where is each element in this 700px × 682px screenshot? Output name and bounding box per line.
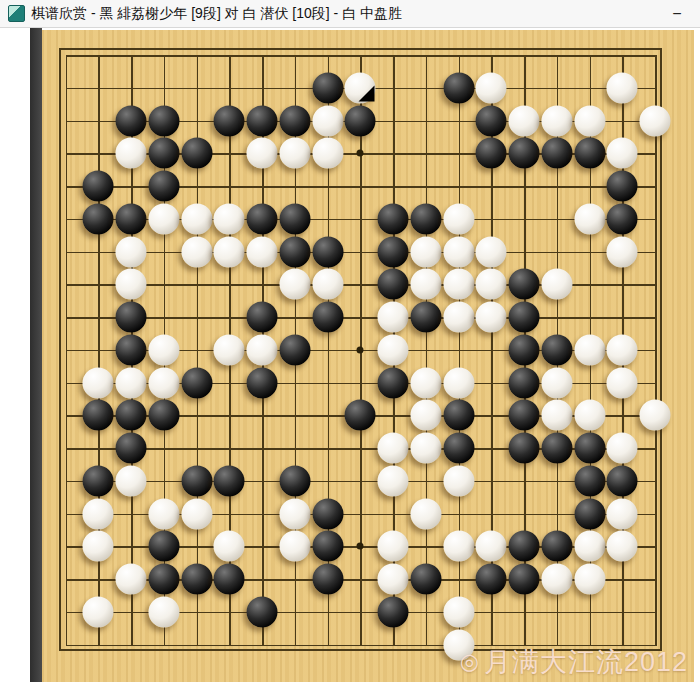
white-stone	[345, 72, 376, 103]
black-stone	[345, 400, 376, 431]
black-stone	[116, 334, 147, 365]
white-stone	[541, 400, 572, 431]
black-stone	[247, 367, 278, 398]
black-stone	[181, 138, 212, 169]
black-stone	[476, 138, 507, 169]
black-stone	[148, 564, 179, 595]
white-stone	[214, 203, 245, 234]
white-stone	[378, 334, 409, 365]
white-stone	[640, 400, 671, 431]
white-stone	[148, 367, 179, 398]
black-stone	[509, 269, 540, 300]
black-stone	[312, 302, 343, 333]
white-stone	[607, 72, 638, 103]
black-stone	[148, 105, 179, 136]
black-stone	[247, 105, 278, 136]
white-stone	[509, 105, 540, 136]
white-stone	[574, 564, 605, 595]
white-stone	[410, 433, 441, 464]
black-stone	[214, 465, 245, 496]
black-stone	[541, 531, 572, 562]
white-stone	[607, 236, 638, 267]
white-stone	[607, 433, 638, 464]
white-stone	[443, 236, 474, 267]
black-stone	[574, 138, 605, 169]
white-stone	[247, 236, 278, 267]
white-stone	[148, 203, 179, 234]
black-stone	[83, 171, 114, 202]
white-stone	[214, 236, 245, 267]
white-stone	[476, 236, 507, 267]
black-stone	[509, 400, 540, 431]
white-stone	[378, 302, 409, 333]
white-stone	[443, 531, 474, 562]
black-stone	[148, 171, 179, 202]
white-stone	[541, 564, 572, 595]
white-stone	[410, 236, 441, 267]
white-stone	[574, 105, 605, 136]
white-stone	[574, 203, 605, 234]
black-stone	[476, 105, 507, 136]
white-stone	[410, 367, 441, 398]
black-stone	[378, 203, 409, 234]
black-stone	[410, 564, 441, 595]
black-stone	[443, 400, 474, 431]
white-stone	[279, 138, 310, 169]
black-stone	[116, 302, 147, 333]
minimize-button[interactable]: −	[662, 1, 692, 27]
white-stone	[116, 367, 147, 398]
black-stone	[541, 138, 572, 169]
black-stone	[378, 269, 409, 300]
window-title: 棋谱欣赏 - 黑 緋荔榭少年 [9段] 对 白 潜伏 [10段] - 白 中盘胜	[31, 5, 402, 23]
black-stone	[607, 171, 638, 202]
black-stone	[279, 203, 310, 234]
black-stone	[574, 498, 605, 529]
white-stone	[312, 138, 343, 169]
black-stone	[574, 433, 605, 464]
white-stone	[116, 138, 147, 169]
white-stone	[640, 105, 671, 136]
black-stone	[312, 531, 343, 562]
star-point	[357, 346, 364, 353]
white-stone	[116, 465, 147, 496]
black-stone	[148, 531, 179, 562]
white-stone	[476, 72, 507, 103]
black-stone	[181, 465, 212, 496]
black-stone	[476, 564, 507, 595]
black-stone	[574, 465, 605, 496]
white-stone	[214, 334, 245, 365]
white-stone	[541, 269, 572, 300]
black-stone	[279, 334, 310, 365]
black-stone	[247, 203, 278, 234]
black-stone	[509, 433, 540, 464]
white-stone	[247, 334, 278, 365]
black-stone	[607, 203, 638, 234]
black-stone	[214, 105, 245, 136]
white-stone	[312, 269, 343, 300]
black-stone	[410, 302, 441, 333]
white-stone	[476, 269, 507, 300]
white-stone	[476, 531, 507, 562]
black-stone	[214, 564, 245, 595]
white-stone	[541, 105, 572, 136]
watermark: ◎ 月满大江流2012	[460, 644, 688, 680]
star-point	[357, 150, 364, 157]
white-stone	[607, 334, 638, 365]
black-stone	[312, 498, 343, 529]
white-stone	[279, 269, 310, 300]
white-stone	[116, 564, 147, 595]
last-move-triangle-marker	[359, 85, 375, 101]
white-stone	[116, 236, 147, 267]
black-stone	[509, 138, 540, 169]
white-stone	[607, 367, 638, 398]
black-stone	[247, 302, 278, 333]
white-stone	[214, 531, 245, 562]
black-stone	[410, 203, 441, 234]
black-stone	[116, 400, 147, 431]
black-stone	[116, 433, 147, 464]
white-stone	[279, 531, 310, 562]
white-stone	[83, 531, 114, 562]
white-stone	[83, 596, 114, 627]
white-stone	[607, 138, 638, 169]
white-stone	[83, 498, 114, 529]
black-stone	[312, 236, 343, 267]
white-stone	[378, 433, 409, 464]
white-stone	[378, 465, 409, 496]
black-stone	[83, 400, 114, 431]
white-stone	[443, 367, 474, 398]
white-stone	[443, 596, 474, 627]
black-stone	[83, 203, 114, 234]
white-stone	[83, 367, 114, 398]
white-stone	[181, 498, 212, 529]
white-stone	[181, 236, 212, 267]
black-stone	[247, 596, 278, 627]
white-stone	[148, 498, 179, 529]
black-stone	[148, 400, 179, 431]
black-stone	[279, 236, 310, 267]
black-stone	[607, 465, 638, 496]
black-stone	[378, 596, 409, 627]
black-stone	[378, 236, 409, 267]
white-stone	[410, 498, 441, 529]
watermark-text: 月满大江流2012	[484, 644, 688, 680]
white-stone	[148, 334, 179, 365]
white-stone	[443, 302, 474, 333]
white-stone	[378, 564, 409, 595]
app-icon	[8, 5, 25, 22]
white-stone	[607, 498, 638, 529]
black-stone	[148, 138, 179, 169]
white-stone	[443, 465, 474, 496]
white-stone	[574, 531, 605, 562]
white-stone	[247, 138, 278, 169]
white-stone	[181, 203, 212, 234]
left-panel-strip	[30, 28, 42, 682]
black-stone	[443, 72, 474, 103]
white-stone	[378, 531, 409, 562]
white-stone	[541, 367, 572, 398]
black-stone	[181, 367, 212, 398]
white-stone	[312, 105, 343, 136]
black-stone	[509, 302, 540, 333]
title-bar: 棋谱欣赏 - 黑 緋荔榭少年 [9段] 对 白 潜伏 [10段] - 白 中盘胜…	[0, 0, 700, 28]
black-stone	[509, 334, 540, 365]
black-stone	[509, 531, 540, 562]
black-stone	[312, 564, 343, 595]
white-stone	[574, 334, 605, 365]
black-stone	[378, 367, 409, 398]
black-stone	[181, 564, 212, 595]
white-stone	[116, 269, 147, 300]
black-stone	[116, 203, 147, 234]
black-stone	[116, 105, 147, 136]
black-stone	[541, 334, 572, 365]
black-stone	[279, 105, 310, 136]
white-stone	[410, 269, 441, 300]
black-stone	[345, 105, 376, 136]
black-stone	[83, 465, 114, 496]
weibo-eye-icon: ◎	[460, 649, 480, 675]
black-stone	[509, 564, 540, 595]
black-stone	[279, 465, 310, 496]
star-point	[357, 543, 364, 550]
white-stone	[410, 400, 441, 431]
white-stone	[607, 531, 638, 562]
white-stone	[148, 596, 179, 627]
black-stone	[541, 433, 572, 464]
white-stone	[443, 269, 474, 300]
white-stone	[279, 498, 310, 529]
white-stone	[476, 302, 507, 333]
go-board[interactable]: ◎ 月满大江流2012	[42, 30, 694, 682]
white-stone	[574, 400, 605, 431]
black-stone	[509, 367, 540, 398]
white-stone	[443, 203, 474, 234]
black-stone	[443, 433, 474, 464]
black-stone	[312, 72, 343, 103]
